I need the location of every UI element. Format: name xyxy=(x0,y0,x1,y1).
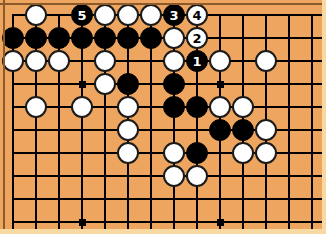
grid-line-vertical xyxy=(311,14,313,229)
board-border-left xyxy=(3,0,5,234)
board-border-right xyxy=(322,0,326,234)
black-stone[interactable] xyxy=(94,27,116,49)
black-stone[interactable] xyxy=(209,119,231,141)
white-stone[interactable] xyxy=(255,50,277,72)
grid-line-horizontal xyxy=(12,198,322,200)
white-stone[interactable] xyxy=(255,142,277,164)
white-stone[interactable] xyxy=(94,4,116,26)
white-stone[interactable] xyxy=(186,165,208,187)
move-number-label: 5 xyxy=(77,9,86,22)
board-border-bottom xyxy=(0,229,326,234)
white-stone[interactable] xyxy=(117,142,139,164)
white-stone[interactable] xyxy=(25,4,47,26)
black-stone[interactable] xyxy=(163,73,185,95)
move-number-label: 2 xyxy=(192,32,201,45)
white-stone[interactable] xyxy=(94,73,116,95)
white-stone[interactable] xyxy=(209,50,231,72)
star-point xyxy=(217,81,224,88)
go-board-diagram: 53421 xyxy=(0,0,326,234)
white-stone[interactable] xyxy=(232,96,254,118)
black-stone[interactable] xyxy=(25,27,47,49)
black-stone[interactable] xyxy=(2,27,24,49)
black-stone[interactable] xyxy=(186,142,208,164)
black-stone[interactable] xyxy=(117,27,139,49)
black-stone[interactable] xyxy=(71,27,93,49)
star-point xyxy=(217,219,224,226)
black-stone[interactable] xyxy=(48,27,70,49)
move-number-label: 3 xyxy=(169,9,178,22)
black-stone[interactable] xyxy=(186,96,208,118)
white-stone[interactable] xyxy=(117,4,139,26)
white-stone[interactable] xyxy=(71,96,93,118)
white-stone[interactable] xyxy=(25,96,47,118)
board-border-top xyxy=(0,3,326,5)
grid-line-vertical xyxy=(288,14,290,229)
white-stone[interactable] xyxy=(163,142,185,164)
white-stone[interactable] xyxy=(117,119,139,141)
white-stone[interactable] xyxy=(48,50,70,72)
black-stone[interactable] xyxy=(117,73,139,95)
star-point xyxy=(79,219,86,226)
black-stone[interactable] xyxy=(163,96,185,118)
white-stone[interactable] xyxy=(117,96,139,118)
move-number-label: 4 xyxy=(192,9,201,22)
white-stone[interactable] xyxy=(255,119,277,141)
star-point xyxy=(79,81,86,88)
white-stone[interactable] xyxy=(232,142,254,164)
black-stone-move-1[interactable]: 1 xyxy=(186,50,208,72)
grid-line-horizontal xyxy=(12,221,322,223)
move-number-label: 1 xyxy=(192,55,201,68)
board-surface[interactable]: 53421 xyxy=(0,0,326,234)
black-stone-move-3[interactable]: 3 xyxy=(163,4,185,26)
white-stone[interactable] xyxy=(94,50,116,72)
white-stone[interactable] xyxy=(2,50,24,72)
white-stone-move-2[interactable]: 2 xyxy=(186,27,208,49)
black-stone[interactable] xyxy=(232,119,254,141)
white-stone[interactable] xyxy=(163,165,185,187)
black-stone[interactable] xyxy=(140,27,162,49)
white-stone[interactable] xyxy=(163,50,185,72)
white-stone-move-4[interactable]: 4 xyxy=(186,4,208,26)
black-stone-move-5[interactable]: 5 xyxy=(71,4,93,26)
white-stone[interactable] xyxy=(140,4,162,26)
white-stone[interactable] xyxy=(163,27,185,49)
white-stone[interactable] xyxy=(209,96,231,118)
white-stone[interactable] xyxy=(25,50,47,72)
